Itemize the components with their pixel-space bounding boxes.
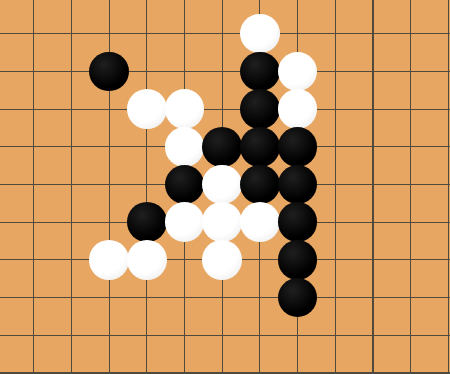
black-stone <box>165 165 205 205</box>
intersection-c4-r5[interactable] <box>166 203 204 241</box>
intersection-c1-r1[interactable] <box>53 53 91 91</box>
intersection-c7-r3[interactable] <box>279 128 317 166</box>
intersection-c11-r5[interactable] <box>429 203 450 241</box>
intersection-c0-r6[interactable] <box>15 241 53 279</box>
intersection-c4-r3[interactable] <box>166 128 204 166</box>
intersection-c3-r4[interactable] <box>128 166 166 204</box>
intersection-c1-r2[interactable] <box>53 90 91 128</box>
intersection-c0-r0[interactable] <box>15 15 53 53</box>
intersection-c9-r1[interactable] <box>354 53 392 91</box>
intersection-c9-r5[interactable] <box>354 203 392 241</box>
black-stone <box>240 89 280 129</box>
intersection-c9-r7[interactable] <box>354 279 392 317</box>
black-stone <box>278 240 318 280</box>
intersection-c1-r4[interactable] <box>53 166 91 204</box>
intersection-c6-r3[interactable] <box>241 128 279 166</box>
intersection-c3-r3[interactable] <box>128 128 166 166</box>
intersection-c8-r1[interactable] <box>316 53 354 91</box>
intersection-c5-r7[interactable] <box>203 279 241 317</box>
intersection-c10-r6[interactable] <box>392 241 430 279</box>
black-stone <box>240 127 280 167</box>
intersection-c8-r6[interactable] <box>316 241 354 279</box>
intersection-c4-r7[interactable] <box>166 279 204 317</box>
intersection-c7-r2[interactable] <box>279 90 317 128</box>
intersection-c5-r9[interactable] <box>203 354 241 374</box>
intersection-c0-r9[interactable] <box>15 354 53 374</box>
intersection-c2-r6[interactable] <box>90 241 128 279</box>
intersection-c10-r4[interactable] <box>392 166 430 204</box>
intersection-c8-r9[interactable] <box>316 354 354 374</box>
intersection-c8-r4[interactable] <box>316 166 354 204</box>
intersection-c11-r3[interactable] <box>429 128 450 166</box>
intersection-c2-r9[interactable] <box>90 354 128 374</box>
intersection-c4-r0[interactable] <box>166 15 204 53</box>
intersection-c11-r1[interactable] <box>429 53 450 91</box>
intersection-c3-r6[interactable] <box>128 241 166 279</box>
intersection-c5-r0[interactable] <box>203 15 241 53</box>
intersection-c11-r7[interactable] <box>429 279 450 317</box>
intersection-c2-r8[interactable] <box>90 316 128 354</box>
intersection-c11-r2[interactable] <box>429 90 450 128</box>
white-stone <box>202 202 242 242</box>
intersection-c10-r9[interactable] <box>392 354 430 374</box>
intersection-c8-r0[interactable] <box>316 15 354 53</box>
intersection-c3-r8[interactable] <box>128 316 166 354</box>
white-stone <box>165 127 205 167</box>
intersection-c6-r8[interactable] <box>241 316 279 354</box>
intersection-c4-r1[interactable] <box>166 53 204 91</box>
intersection-c5-r4[interactable] <box>203 166 241 204</box>
intersection-c8-r2[interactable] <box>316 90 354 128</box>
intersection-c3-r5[interactable] <box>128 203 166 241</box>
intersection-c7-r1[interactable] <box>279 53 317 91</box>
intersection-c3-r0[interactable] <box>128 15 166 53</box>
black-stone <box>278 165 318 205</box>
white-stone <box>127 240 167 280</box>
intersection-c4-r9[interactable] <box>166 354 204 374</box>
intersection-c10-r5[interactable] <box>392 203 430 241</box>
intersection-c5-r2[interactable] <box>203 90 241 128</box>
intersection-c3-r7[interactable] <box>128 279 166 317</box>
intersection-c2-r5[interactable] <box>90 203 128 241</box>
intersection-c1-r6[interactable] <box>53 241 91 279</box>
intersection-c2-r1[interactable] <box>90 53 128 91</box>
intersection-c5-r3[interactable] <box>203 128 241 166</box>
intersection-c4-r4[interactable] <box>166 166 204 204</box>
intersection-c6-r5[interactable] <box>241 203 279 241</box>
intersection-c9-r6[interactable] <box>354 241 392 279</box>
intersection-c1-r7[interactable] <box>53 279 91 317</box>
intersection-c2-r0[interactable] <box>90 15 128 53</box>
intersection-c10-r7[interactable] <box>392 279 430 317</box>
intersection-c6-r9[interactable] <box>241 354 279 374</box>
intersection-c9-r9[interactable] <box>354 354 392 374</box>
black-stone <box>278 278 318 318</box>
intersection-c9-r0[interactable] <box>354 15 392 53</box>
white-stone <box>127 89 167 129</box>
white-stone <box>278 89 318 129</box>
intersection-c7-r4[interactable] <box>279 166 317 204</box>
intersection-c2-r3[interactable] <box>90 128 128 166</box>
intersection-c5-r8[interactable] <box>203 316 241 354</box>
intersection-c3-r9[interactable] <box>128 354 166 374</box>
intersection-c1-r3[interactable] <box>53 128 91 166</box>
intersection-c9-r8[interactable] <box>354 316 392 354</box>
intersection-c7-r0[interactable] <box>279 15 317 53</box>
intersection-c7-r7[interactable] <box>279 279 317 317</box>
intersection-c10-r2[interactable] <box>392 90 430 128</box>
intersection-c6-r7[interactable] <box>241 279 279 317</box>
black-stone <box>127 202 167 242</box>
intersection-c1-r0[interactable] <box>53 15 91 53</box>
board-intersections <box>15 15 450 374</box>
intersection-c11-r0[interactable] <box>429 15 450 53</box>
intersection-c6-r1[interactable] <box>241 53 279 91</box>
intersection-c11-r6[interactable] <box>429 241 450 279</box>
white-stone <box>89 240 129 280</box>
black-stone <box>202 127 242 167</box>
white-stone <box>165 89 205 129</box>
intersection-c4-r2[interactable] <box>166 90 204 128</box>
intersection-c5-r1[interactable] <box>203 53 241 91</box>
intersection-c0-r7[interactable] <box>15 279 53 317</box>
intersection-c0-r3[interactable] <box>15 128 53 166</box>
intersection-c6-r4[interactable] <box>241 166 279 204</box>
intersection-c9-r4[interactable] <box>354 166 392 204</box>
intersection-c7-r8[interactable] <box>279 316 317 354</box>
intersection-c10-r3[interactable] <box>392 128 430 166</box>
intersection-c3-r1[interactable] <box>128 53 166 91</box>
intersection-c11-r9[interactable] <box>429 354 450 374</box>
intersection-c4-r6[interactable] <box>166 241 204 279</box>
intersection-c1-r5[interactable] <box>53 203 91 241</box>
intersection-c1-r8[interactable] <box>53 316 91 354</box>
intersection-c6-r2[interactable] <box>241 90 279 128</box>
intersection-c10-r8[interactable] <box>392 316 430 354</box>
intersection-c6-r0[interactable] <box>241 15 279 53</box>
black-stone <box>240 165 280 205</box>
intersection-c7-r6[interactable] <box>279 241 317 279</box>
intersection-c7-r5[interactable] <box>279 203 317 241</box>
white-stone <box>202 165 242 205</box>
intersection-c4-r8[interactable] <box>166 316 204 354</box>
intersection-c5-r5[interactable] <box>203 203 241 241</box>
intersection-c3-r2[interactable] <box>128 90 166 128</box>
go-board[interactable] <box>0 0 450 374</box>
white-stone <box>240 14 280 54</box>
intersection-c0-r1[interactable] <box>15 53 53 91</box>
intersection-c2-r7[interactable] <box>90 279 128 317</box>
intersection-c8-r8[interactable] <box>316 316 354 354</box>
intersection-c10-r1[interactable] <box>392 53 430 91</box>
intersection-c5-r6[interactable] <box>203 241 241 279</box>
white-stone <box>278 52 318 92</box>
intersection-c0-r8[interactable] <box>15 316 53 354</box>
intersection-c9-r3[interactable] <box>354 128 392 166</box>
black-stone <box>89 52 129 92</box>
intersection-c0-r2[interactable] <box>15 90 53 128</box>
white-stone <box>165 202 205 242</box>
intersection-c8-r3[interactable] <box>316 128 354 166</box>
black-stone <box>240 52 280 92</box>
intersection-c0-r4[interactable] <box>15 166 53 204</box>
intersection-c6-r6[interactable] <box>241 241 279 279</box>
black-stone <box>278 127 318 167</box>
intersection-c7-r9[interactable] <box>279 354 317 374</box>
intersection-c8-r5[interactable] <box>316 203 354 241</box>
intersection-c11-r4[interactable] <box>429 166 450 204</box>
intersection-c1-r9[interactable] <box>53 354 91 374</box>
white-stone <box>240 202 280 242</box>
white-stone <box>202 240 242 280</box>
black-stone <box>278 202 318 242</box>
intersection-c11-r8[interactable] <box>429 316 450 354</box>
intersection-c8-r7[interactable] <box>316 279 354 317</box>
intersection-c2-r4[interactable] <box>90 166 128 204</box>
intersection-c9-r2[interactable] <box>354 90 392 128</box>
intersection-c2-r2[interactable] <box>90 90 128 128</box>
intersection-c10-r0[interactable] <box>392 15 430 53</box>
intersection-c0-r5[interactable] <box>15 203 53 241</box>
